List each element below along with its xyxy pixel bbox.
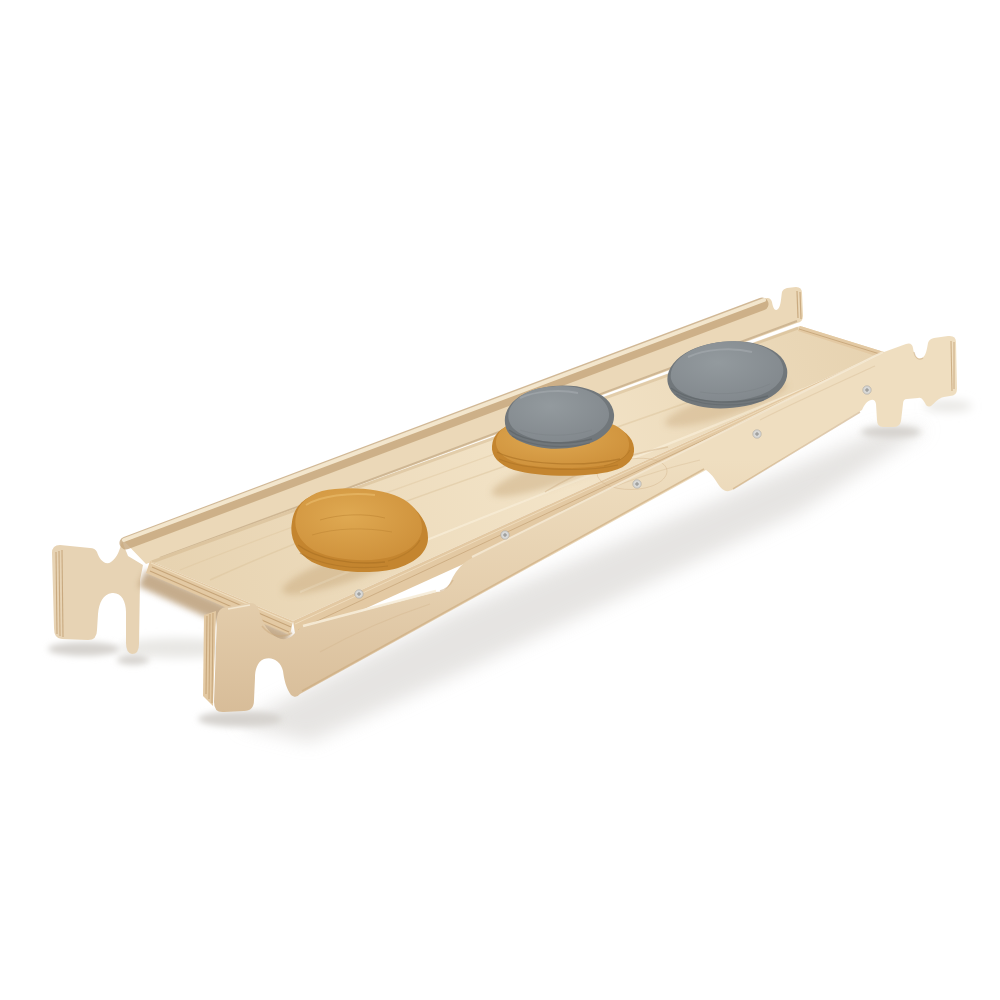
shadow-left-rail-foot bbox=[48, 642, 120, 656]
screw bbox=[501, 531, 509, 539]
shadow-left-support bbox=[117, 655, 149, 665]
product-photo bbox=[0, 0, 1000, 1000]
balance-beam-illustration bbox=[0, 0, 1000, 1000]
screw bbox=[753, 430, 761, 438]
stone-top bbox=[508, 386, 609, 442]
screw bbox=[355, 590, 363, 598]
shadow-front-left-foot bbox=[198, 711, 282, 727]
screw bbox=[863, 386, 871, 394]
shadow-right-foot bbox=[861, 426, 921, 438]
stone-top bbox=[295, 488, 422, 560]
screw bbox=[633, 480, 641, 488]
